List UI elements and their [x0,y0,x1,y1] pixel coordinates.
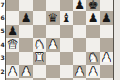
square-h2[interactable] [100,65,113,78]
square-c5[interactable] [33,25,46,38]
rank-coordinate-strip: 765432 [0,0,5,80]
square-c2[interactable] [33,65,46,78]
piece-black-pawn-h6[interactable]: ♟ [101,12,112,24]
piece-black-pawn-b6[interactable]: ♟ [21,12,32,24]
square-b1[interactable] [19,78,32,80]
piece-white-pawn-d4[interactable]: ♟ [47,38,58,50]
chess-board-screenshot: 765432 ♟♚♟♛♝♟♟♟♛♞♟♜♞♟♟♟♟♟ [0,0,120,80]
square-f1[interactable] [73,78,86,80]
square-d1[interactable] [46,78,59,80]
square-a5[interactable]: ♟ [6,25,19,38]
square-c6[interactable] [33,11,46,24]
square-d5[interactable] [46,25,59,38]
square-e5[interactable] [60,25,73,38]
piece-black-pawn-g6[interactable]: ♟ [88,12,99,24]
square-b4[interactable] [19,38,32,51]
square-h4[interactable] [100,38,113,51]
piece-white-rook-c3[interactable]: ♜ [34,52,45,64]
square-h6[interactable]: ♟ [100,11,113,24]
piece-black-pawn-a5[interactable]: ♟ [7,25,18,37]
rank-label-6: 6 [0,11,5,24]
square-h1[interactable] [100,78,113,80]
square-h5[interactable] [100,25,113,38]
square-b3[interactable] [19,52,32,65]
square-c1[interactable] [33,78,46,80]
square-g5[interactable] [86,25,99,38]
square-g4[interactable] [86,38,99,51]
square-a4[interactable]: ♛ [6,38,19,51]
square-d6[interactable]: ♛ [46,11,59,24]
rank-label-4: 4 [0,38,5,51]
square-c7[interactable] [33,0,46,11]
square-e3[interactable] [60,52,73,65]
piece-white-queen-a4[interactable]: ♛ [7,38,18,50]
square-b6[interactable]: ♟ [19,11,32,24]
square-d4[interactable]: ♟ [46,38,59,51]
square-d3[interactable] [46,52,59,65]
piece-white-pawn-a2[interactable]: ♟ [7,65,18,77]
square-f7[interactable]: ♟ [73,0,86,11]
square-f2[interactable]: ♟ [73,65,86,78]
square-c4[interactable]: ♞ [33,38,46,51]
square-e1[interactable] [60,78,73,80]
square-g6[interactable]: ♟ [86,11,99,24]
piece-white-pawn-f2[interactable]: ♟ [74,65,85,77]
rank-label-5: 5 [0,25,5,38]
piece-black-bishop-e6[interactable]: ♝ [61,12,72,24]
square-f6[interactable] [73,11,86,24]
piece-white-pawn-g2[interactable]: ♟ [88,65,99,77]
square-b2[interactable]: ♟ [19,65,32,78]
piece-black-queen-d6[interactable]: ♛ [47,12,58,24]
square-a2[interactable]: ♟ [6,65,19,78]
square-g1[interactable] [86,78,99,80]
square-a7[interactable] [6,0,19,11]
square-a6[interactable] [6,11,19,24]
square-f4[interactable] [73,38,86,51]
square-c3[interactable]: ♜ [33,52,46,65]
rank-label-2: 2 [0,65,5,78]
piece-black-pawn-f7[interactable]: ♟ [74,0,85,10]
piece-white-pawn-h3[interactable]: ♟ [101,52,112,64]
piece-white-knight-g3[interactable]: ♞ [88,52,99,64]
square-h3[interactable]: ♟ [100,52,113,65]
square-f5[interactable] [73,25,86,38]
rank-label-3: 3 [0,52,5,65]
square-e6[interactable]: ♝ [60,11,73,24]
square-e4[interactable] [60,38,73,51]
square-b5[interactable] [19,25,32,38]
piece-white-pawn-b2[interactable]: ♟ [21,65,32,77]
square-a3[interactable] [6,52,19,65]
square-f3[interactable] [73,52,86,65]
square-e2[interactable] [60,65,73,78]
rank-label-7: 7 [0,0,5,11]
square-g2[interactable]: ♟ [86,65,99,78]
piece-black-king-g7[interactable]: ♚ [88,0,99,10]
square-d2[interactable] [46,65,59,78]
square-g3[interactable]: ♞ [86,52,99,65]
square-a1[interactable] [6,78,19,80]
piece-white-knight-c4[interactable]: ♞ [34,38,45,50]
chess-board: ♟♚♟♛♝♟♟♟♛♞♟♜♞♟♟♟♟♟ [5,0,114,80]
